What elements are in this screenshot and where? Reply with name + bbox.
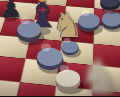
- slate-disc-a-gloss-icon: ●: [20, 16, 31, 25]
- slate-disc-d-gloss-icon: ●: [40, 41, 52, 51]
- slate-disc-e-gloss-icon: ●: [64, 37, 72, 44]
- slate-disc-b-gloss-icon: ●: [81, 8, 91, 16]
- board-photo: ●♟●♝●♞●●●●●●●●●●●●●●●●●●●●●●●●●●●●●♞: [0, 0, 120, 96]
- pieces-layer: ●♟●♝●♞●●●●●●●●●●●●●●●●●●●●●●●●●●●●●♞: [0, 0, 120, 96]
- cream-disc-gloss-icon: ●: [59, 63, 70, 72]
- dark-stack-face-icon: ●: [99, 0, 120, 8]
- blurred-foreground-glyph-icon: ♞: [78, 52, 120, 97]
